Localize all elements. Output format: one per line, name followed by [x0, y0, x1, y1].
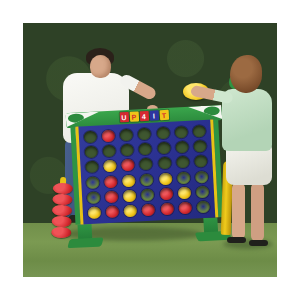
cell-r5-c5[interactable] [157, 186, 176, 202]
empty-hole [85, 161, 99, 174]
empty-hole [83, 130, 97, 143]
cell-r1-c1[interactable] [81, 128, 100, 144]
cell-r2-c5[interactable] [154, 140, 173, 156]
empty-hole [120, 128, 134, 141]
red-disc [159, 188, 173, 201]
cell-r6-c4[interactable] [139, 202, 158, 218]
empty-hole [196, 186, 210, 199]
board-foot-left [67, 237, 103, 248]
cell-r4-c1[interactable] [83, 174, 102, 190]
empty-hole [158, 157, 172, 170]
red-disc [102, 129, 116, 142]
empty-hole [176, 156, 190, 169]
title-letter-T: T [159, 110, 169, 120]
yellow-disc [159, 172, 173, 185]
empty-hole [139, 143, 153, 156]
cell-r1-c4[interactable] [135, 126, 154, 142]
cell-r6-c1[interactable] [85, 205, 104, 221]
red-disc [142, 204, 156, 217]
empty-hole [194, 140, 208, 153]
yellow-disc [103, 160, 117, 173]
cell-r5-c2[interactable] [102, 189, 121, 205]
cell-r3-c4[interactable] [137, 156, 156, 172]
cell-r6-c6[interactable] [176, 200, 195, 216]
garden-scene: UP4IT [23, 23, 277, 277]
woman-sandal [227, 237, 246, 243]
red-disc [106, 206, 120, 219]
cell-r3-c6[interactable] [173, 154, 192, 170]
cell-r2-c2[interactable] [100, 143, 119, 159]
empty-hole [197, 201, 211, 214]
cell-r1-c3[interactable] [117, 127, 136, 143]
cell-r4-c7[interactable] [192, 169, 211, 185]
red-disc [179, 202, 193, 215]
red-disc [104, 175, 118, 188]
cell-r1-c2[interactable] [99, 128, 118, 144]
empty-hole [141, 189, 155, 202]
cell-r4-c5[interactable] [156, 171, 175, 187]
cell-r5-c6[interactable] [175, 185, 194, 201]
board-face [70, 119, 223, 225]
empty-hole [86, 191, 100, 204]
woman-sandal [249, 240, 268, 246]
cell-r3-c3[interactable] [119, 157, 138, 173]
connect-four-board: UP4IT [70, 105, 225, 245]
cell-r6-c5[interactable] [158, 201, 177, 217]
title-letter-P: P [129, 111, 139, 121]
empty-hole [177, 171, 191, 184]
empty-hole [157, 142, 171, 155]
cell-r4-c6[interactable] [174, 170, 193, 186]
cell-r1-c5[interactable] [154, 125, 173, 141]
cell-r3-c5[interactable] [155, 155, 174, 171]
cell-r3-c2[interactable] [100, 158, 119, 174]
cell-r5-c4[interactable] [139, 187, 158, 203]
empty-hole [86, 176, 100, 189]
empty-hole [175, 125, 189, 138]
cell-r3-c1[interactable] [82, 159, 101, 175]
cell-r5-c3[interactable] [120, 188, 139, 204]
yellow-disc [87, 207, 101, 220]
yellow-disc [123, 190, 137, 203]
stacked-red-disc[interactable] [53, 183, 73, 195]
empty-hole [193, 125, 207, 138]
woman-hair [230, 55, 262, 93]
empty-hole [84, 146, 98, 159]
cell-r2-c6[interactable] [173, 139, 192, 155]
woman-hand [191, 87, 203, 96]
empty-hole [140, 173, 154, 186]
cell-r2-c3[interactable] [118, 142, 137, 158]
cell-r5-c1[interactable] [84, 190, 103, 206]
red-disc [105, 191, 119, 204]
stacked-red-disc[interactable] [52, 194, 72, 206]
woman-leg [232, 183, 245, 239]
cell-r5-c7[interactable] [193, 184, 212, 200]
cell-r2-c7[interactable] [191, 138, 210, 154]
red-disc [160, 203, 174, 216]
empty-hole [156, 126, 170, 139]
red-disc [121, 159, 135, 172]
title-letter-U: U [119, 112, 129, 122]
empty-hole [195, 170, 209, 183]
red-disc-stack-pole[interactable] [51, 181, 73, 244]
cell-r4-c3[interactable] [119, 172, 138, 188]
cell-r2-c1[interactable] [81, 144, 100, 160]
stacked-red-disc[interactable] [51, 227, 71, 239]
cell-r4-c2[interactable] [101, 173, 120, 189]
product-photo: UP4IT [0, 0, 300, 300]
yellow-disc [122, 174, 136, 187]
cell-r6-c2[interactable] [103, 204, 122, 220]
yellow-disc [178, 187, 192, 200]
empty-hole [140, 158, 154, 171]
woman-leg [251, 183, 264, 241]
empty-hole [194, 155, 208, 168]
title-letter-4: 4 [139, 111, 149, 121]
cell-r4-c4[interactable] [138, 172, 157, 188]
empty-hole [138, 127, 152, 140]
empty-hole [102, 145, 116, 158]
stacked-red-disc[interactable] [51, 216, 71, 228]
cell-r6-c3[interactable] [121, 203, 140, 219]
empty-hole [175, 141, 189, 154]
title-letter-I: I [149, 110, 159, 120]
cell-r6-c7[interactable] [194, 199, 213, 215]
yellow-disc [124, 205, 138, 218]
board-grid [81, 123, 214, 222]
cell-r1-c7[interactable] [190, 123, 209, 139]
man-face [90, 55, 111, 78]
cell-r3-c7[interactable] [192, 153, 211, 169]
cell-r2-c4[interactable] [136, 141, 155, 157]
stacked-red-disc[interactable] [52, 205, 72, 217]
cell-r1-c6[interactable] [172, 124, 191, 140]
empty-hole [121, 144, 135, 157]
